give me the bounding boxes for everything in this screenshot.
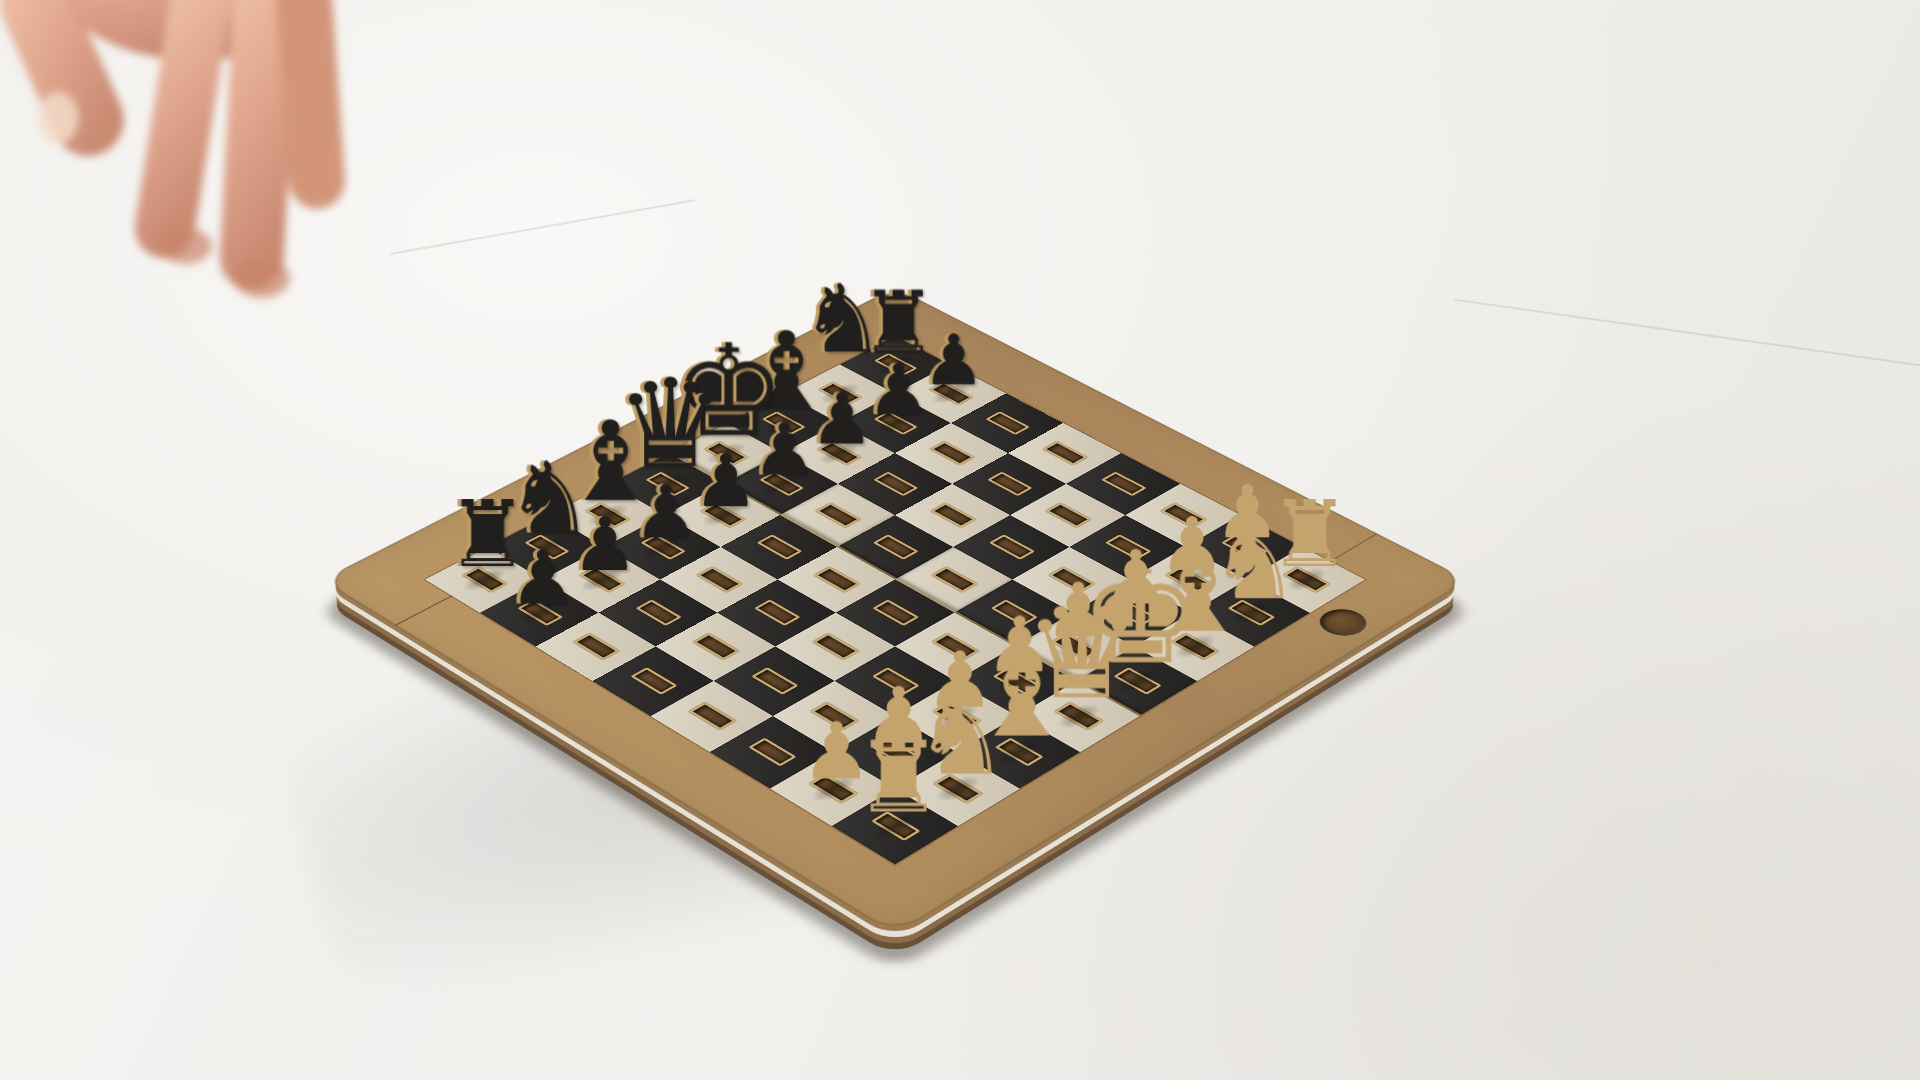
frame-cut-line bbox=[395, 595, 453, 626]
piece-slot-h4 bbox=[1100, 472, 1146, 497]
piece-slot-e4 bbox=[930, 567, 977, 593]
piece-slot-b4 bbox=[750, 667, 798, 695]
piece-slot-d5 bbox=[813, 567, 860, 593]
piece-slot-f5 bbox=[930, 503, 976, 528]
piece-slot-g5 bbox=[986, 472, 1032, 497]
piece-slot-a6 bbox=[572, 633, 619, 660]
piece-slot-f4 bbox=[988, 534, 1035, 560]
piece-slot-e5 bbox=[872, 534, 918, 560]
piece-slot-f6 bbox=[872, 472, 917, 497]
piece-slot-h5 bbox=[1042, 441, 1087, 465]
hand bbox=[0, 0, 360, 340]
piece-slot-h6 bbox=[985, 411, 1030, 435]
piece-black-pawn-a7[interactable]: ♟ bbox=[471, 539, 612, 614]
piece-slot-a5 bbox=[629, 667, 676, 695]
piece-white-rook-a1[interactable]: ♜ bbox=[823, 729, 973, 828]
piece-slot-a4 bbox=[688, 702, 736, 730]
piece-slot-c5 bbox=[753, 599, 800, 626]
piece-slot-e6 bbox=[815, 503, 861, 528]
backdrop-seam-line-left bbox=[390, 199, 696, 255]
thumbnail bbox=[38, 92, 78, 144]
photo-scene: ♜♞♝♛♚♝♞♜♟♟♟♟♟♟♟♟♟♟♟♟♟♟♟♟♜♞♝♛♚♝♞♜ bbox=[0, 0, 1920, 1080]
square-f6[interactable] bbox=[838, 453, 952, 515]
piece-slot-b6 bbox=[635, 599, 682, 626]
backdrop-seam-line-right bbox=[1454, 299, 1920, 368]
piece-slot-c4 bbox=[811, 633, 858, 660]
piece-slot-b5 bbox=[692, 633, 739, 660]
piece-slot-g6 bbox=[929, 441, 974, 465]
piece-slot-d6 bbox=[756, 534, 802, 560]
piece-slot-d4 bbox=[871, 599, 918, 626]
piece-slot-c6 bbox=[696, 567, 742, 593]
piece-slot-g4 bbox=[1045, 503, 1091, 528]
